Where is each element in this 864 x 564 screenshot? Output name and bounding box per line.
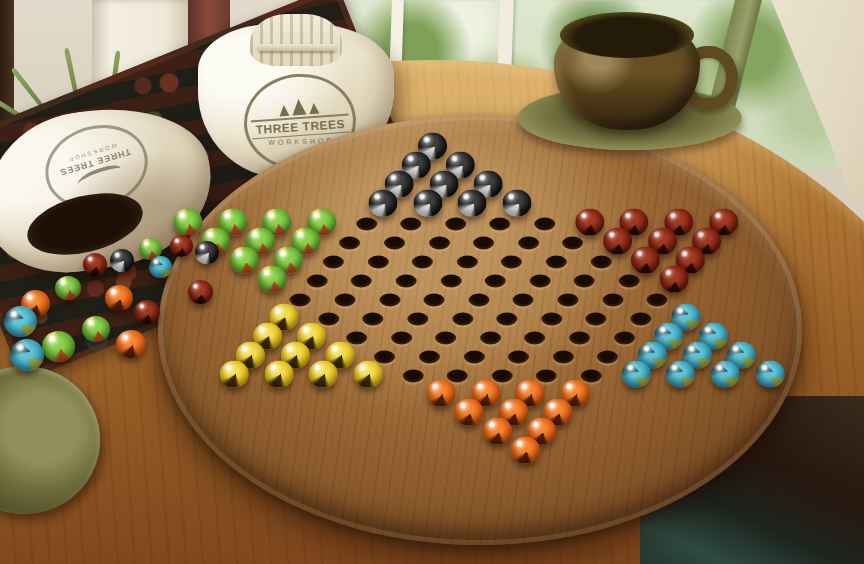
board-hole[interactable] [631,312,652,325]
marble-blue[interactable] [10,339,44,371]
board-cell [597,347,619,366]
board-cell [501,252,523,271]
marble-red[interactable] [188,280,213,304]
board-hole[interactable] [535,217,556,230]
board-hole[interactable] [553,350,574,363]
board-cell [395,271,417,290]
board-hole[interactable] [368,255,389,268]
board-hole[interactable] [464,350,485,363]
trees-icon [278,98,319,117]
board-cell [339,233,361,252]
board-cell [574,271,596,290]
marble-red[interactable] [603,227,632,254]
board-cell [635,252,657,271]
board-hole[interactable] [480,331,501,344]
board-cell [613,328,635,347]
board-cell [590,252,612,271]
board-cell [646,290,668,309]
marble-blue[interactable] [149,256,172,278]
board-cell [517,233,539,252]
board-cell [579,214,601,233]
board-cell [372,195,394,214]
marble-black[interactable] [502,189,531,216]
board-hole[interactable] [508,350,529,363]
marble-blue[interactable] [4,306,37,337]
board-grid [151,138,808,461]
bag-drawstring [258,44,336,51]
board-cell [223,366,245,385]
board-hole[interactable] [396,274,417,287]
board-hole[interactable] [492,369,513,382]
marble-blue[interactable] [756,360,785,387]
board-cell [512,290,534,309]
board-hole[interactable] [513,293,534,306]
marble-yellow[interactable] [354,360,383,387]
marble-green[interactable] [173,208,202,235]
board-cell [390,328,412,347]
board-cell [625,366,647,385]
board-cell [428,233,450,252]
board-hole[interactable] [318,312,339,325]
board-cell [496,309,518,328]
board-hole[interactable] [485,274,506,287]
marble-red[interactable] [83,253,107,276]
board-hole[interactable] [407,312,428,325]
board-hole[interactable] [541,312,562,325]
board-hole[interactable] [440,274,461,287]
board-hole[interactable] [569,331,590,344]
board-hole[interactable] [490,217,511,230]
board-cell [486,423,508,442]
board-cell [714,366,736,385]
marble-green[interactable] [230,246,259,273]
board-cell [268,366,290,385]
board-hole[interactable] [445,217,466,230]
board-cell [418,347,440,366]
board-hole[interactable] [591,255,612,268]
board-cell [440,271,462,290]
board-hole[interactable] [429,236,450,249]
board-hole[interactable] [363,312,384,325]
board-cell [630,309,652,328]
board-cell [484,271,506,290]
board-hole[interactable] [306,274,327,287]
marble-orange[interactable] [105,285,133,311]
board-hole[interactable] [598,350,619,363]
board-cell [562,233,584,252]
marble-black[interactable] [110,249,134,272]
board-cell [379,290,401,309]
board-hole[interactable] [447,369,468,382]
board-cell [524,328,546,347]
board-cell [552,347,574,366]
board-hole[interactable] [530,274,551,287]
marble-red[interactable] [631,246,660,273]
marble-orange[interactable] [511,436,540,463]
board-cell [557,290,579,309]
marble-yellow[interactable] [220,360,249,387]
board-cell [445,214,467,233]
board-hole[interactable] [457,255,478,268]
marble-red[interactable] [575,208,604,235]
board-cell [334,290,356,309]
board-cell [473,233,495,252]
board-cell [402,366,424,385]
board-cell [383,233,405,252]
marble-green[interactable] [258,265,287,292]
board-cell [541,309,563,328]
board-cell [670,366,692,385]
board-hole[interactable] [339,236,360,249]
board-hole[interactable] [290,293,311,306]
marble-green[interactable] [55,276,81,300]
board-cell [350,271,372,290]
board-hole[interactable] [614,331,635,344]
board-cell [508,347,530,366]
marble-yellow[interactable] [309,360,338,387]
board-hole[interactable] [346,331,367,344]
board-cell [423,290,445,309]
board-cell [602,290,624,309]
board-cell [545,252,567,271]
marble-black[interactable] [413,189,442,216]
marble-red[interactable] [134,300,160,324]
marble-orange[interactable] [455,398,484,425]
board-cell [261,271,283,290]
marble-red[interactable] [170,235,193,257]
board-hole[interactable] [391,331,412,344]
board-hole[interactable] [435,331,456,344]
marble-black[interactable] [368,189,397,216]
board-cell [506,195,528,214]
board-hole[interactable] [424,293,445,306]
board-cell [607,233,629,252]
board-cell [177,214,199,233]
board-hole[interactable] [518,236,539,249]
board-hole[interactable] [647,293,668,306]
board-cell [357,366,379,385]
board-hole[interactable] [574,274,595,287]
marble-orange[interactable] [427,379,456,406]
board-hole[interactable] [356,217,377,230]
board-cell [306,271,328,290]
board-cell [529,271,551,290]
marble-blue[interactable] [711,360,740,387]
board-cell [468,290,490,309]
marble-blue[interactable] [666,360,695,387]
board-cell [400,214,422,233]
board-hole[interactable] [384,236,405,249]
photo-scene: THREE TREES WORKSHOP THREE TREES WORKSHO… [0,0,864,564]
board-hole[interactable] [379,293,400,306]
board-cell [416,195,438,214]
board-hole[interactable] [351,274,372,287]
board-hole[interactable] [558,293,579,306]
board-hole[interactable] [602,293,623,306]
board-cell [585,309,607,328]
marble-green[interactable] [82,316,110,342]
board-cell [362,309,384,328]
board-hole[interactable] [525,331,546,344]
board-cell [663,271,685,290]
marble-orange[interactable] [483,417,512,444]
mug-rim [560,12,694,58]
board-hole[interactable] [563,236,584,249]
board-hole[interactable] [586,312,607,325]
board-hole[interactable] [581,369,602,382]
marble-black[interactable] [458,189,487,216]
board-cell [514,442,536,461]
board-hole[interactable] [546,255,567,268]
board-cell [355,214,377,233]
board-hole[interactable] [452,312,473,325]
board-cell [618,271,640,290]
board-cell [451,309,473,328]
board-cell [534,214,556,233]
board-hole[interactable] [473,236,494,249]
board-cell [458,404,480,423]
board-hole[interactable] [402,369,423,382]
board-cell [435,328,457,347]
board-hole[interactable] [323,255,344,268]
marble-yellow[interactable] [265,360,294,387]
board-cell [367,252,389,271]
board-cell [407,309,429,328]
board-hole[interactable] [374,350,395,363]
board-hole[interactable] [412,255,433,268]
marble-blue[interactable] [622,360,651,387]
board-cell [430,385,452,404]
bag-drawstring-neck [250,14,342,66]
board-cell [463,347,485,366]
board-cell [479,328,501,347]
board-cell [412,252,434,271]
board-cell [489,214,511,233]
board-cell [461,195,483,214]
board-hole[interactable] [419,350,440,363]
marble-green[interactable] [42,331,75,362]
board-hole[interactable] [536,369,557,382]
board-cell [322,252,344,271]
marble-orange[interactable] [116,330,146,358]
marble-red[interactable] [660,265,689,292]
logo-brand-text: THREE TREES [251,114,350,140]
board-hole[interactable] [335,293,356,306]
board-cell [759,366,781,385]
board-hole[interactable] [619,274,640,287]
board-hole[interactable] [468,293,489,306]
board-hole[interactable] [497,312,518,325]
marble-black[interactable] [195,241,219,264]
board-cell [233,252,255,271]
board-cell [313,366,335,385]
board-hole[interactable] [401,217,422,230]
board-hole[interactable] [502,255,523,268]
board-cell [456,252,478,271]
board-cell [569,328,591,347]
